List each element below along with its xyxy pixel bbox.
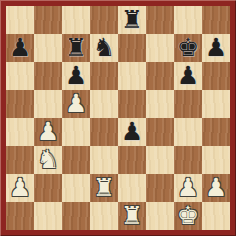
square-c2[interactable] bbox=[62, 174, 90, 202]
square-h3[interactable] bbox=[202, 146, 230, 174]
square-a4[interactable] bbox=[6, 118, 34, 146]
black-pawn[interactable]: ♟ bbox=[177, 62, 199, 90]
square-e2[interactable] bbox=[118, 174, 146, 202]
square-f1[interactable] bbox=[146, 202, 174, 230]
square-c3[interactable] bbox=[62, 146, 90, 174]
square-e4[interactable]: ♟ bbox=[118, 118, 146, 146]
square-a8[interactable] bbox=[6, 6, 34, 34]
square-e1[interactable]: ♜ bbox=[118, 202, 146, 230]
white-knight[interactable]: ♞ bbox=[37, 146, 59, 174]
square-b2[interactable] bbox=[34, 174, 62, 202]
square-b5[interactable] bbox=[34, 90, 62, 118]
square-g2[interactable]: ♟ bbox=[174, 174, 202, 202]
square-a1[interactable] bbox=[6, 202, 34, 230]
square-h1[interactable] bbox=[202, 202, 230, 230]
black-rook[interactable]: ♜ bbox=[121, 6, 143, 34]
square-a2[interactable]: ♟ bbox=[6, 174, 34, 202]
square-b4[interactable]: ♟ bbox=[34, 118, 62, 146]
square-d8[interactable] bbox=[90, 6, 118, 34]
square-h8[interactable] bbox=[202, 6, 230, 34]
square-c8[interactable] bbox=[62, 6, 90, 34]
square-e5[interactable] bbox=[118, 90, 146, 118]
square-b8[interactable] bbox=[34, 6, 62, 34]
black-knight[interactable]: ♞ bbox=[93, 34, 115, 62]
white-king[interactable]: ♚ bbox=[177, 202, 199, 230]
white-rook[interactable]: ♜ bbox=[121, 202, 143, 230]
square-h7[interactable]: ♟ bbox=[202, 34, 230, 62]
square-c1[interactable] bbox=[62, 202, 90, 230]
chess-board: ♜♟♜♞♚♟♟♟♟♟♟♞♟♜♟♟♜♚ bbox=[6, 6, 230, 230]
white-pawn[interactable]: ♟ bbox=[177, 174, 199, 202]
square-e3[interactable] bbox=[118, 146, 146, 174]
white-pawn[interactable]: ♟ bbox=[9, 174, 31, 202]
black-pawn[interactable]: ♟ bbox=[65, 62, 87, 90]
square-g6[interactable]: ♟ bbox=[174, 62, 202, 90]
square-d3[interactable] bbox=[90, 146, 118, 174]
square-h6[interactable] bbox=[202, 62, 230, 90]
black-pawn[interactable]: ♟ bbox=[121, 118, 143, 146]
square-b6[interactable] bbox=[34, 62, 62, 90]
square-c4[interactable] bbox=[62, 118, 90, 146]
black-rook[interactable]: ♜ bbox=[65, 34, 87, 62]
square-d4[interactable] bbox=[90, 118, 118, 146]
square-g1[interactable]: ♚ bbox=[174, 202, 202, 230]
square-e7[interactable] bbox=[118, 34, 146, 62]
square-a5[interactable] bbox=[6, 90, 34, 118]
square-d6[interactable] bbox=[90, 62, 118, 90]
square-f8[interactable] bbox=[146, 6, 174, 34]
square-h2[interactable]: ♟ bbox=[202, 174, 230, 202]
square-d5[interactable] bbox=[90, 90, 118, 118]
chess-board-frame: ♜♟♜♞♚♟♟♟♟♟♟♞♟♜♟♟♜♚ bbox=[0, 0, 236, 236]
square-d1[interactable] bbox=[90, 202, 118, 230]
square-f3[interactable] bbox=[146, 146, 174, 174]
square-a3[interactable] bbox=[6, 146, 34, 174]
square-g7[interactable]: ♚ bbox=[174, 34, 202, 62]
white-pawn[interactable]: ♟ bbox=[37, 118, 59, 146]
square-c7[interactable]: ♜ bbox=[62, 34, 90, 62]
square-g5[interactable] bbox=[174, 90, 202, 118]
square-b3[interactable]: ♞ bbox=[34, 146, 62, 174]
square-c6[interactable]: ♟ bbox=[62, 62, 90, 90]
white-rook[interactable]: ♜ bbox=[93, 174, 115, 202]
black-pawn[interactable]: ♟ bbox=[205, 34, 227, 62]
square-b7[interactable] bbox=[34, 34, 62, 62]
square-g4[interactable] bbox=[174, 118, 202, 146]
white-pawn[interactable]: ♟ bbox=[65, 90, 87, 118]
square-g8[interactable] bbox=[174, 6, 202, 34]
square-h5[interactable] bbox=[202, 90, 230, 118]
square-d7[interactable]: ♞ bbox=[90, 34, 118, 62]
square-f5[interactable] bbox=[146, 90, 174, 118]
white-pawn[interactable]: ♟ bbox=[205, 174, 227, 202]
square-h4[interactable] bbox=[202, 118, 230, 146]
black-pawn[interactable]: ♟ bbox=[9, 34, 31, 62]
square-a7[interactable]: ♟ bbox=[6, 34, 34, 62]
square-d2[interactable]: ♜ bbox=[90, 174, 118, 202]
square-f6[interactable] bbox=[146, 62, 174, 90]
square-b1[interactable] bbox=[34, 202, 62, 230]
black-king[interactable]: ♚ bbox=[177, 34, 199, 62]
square-f7[interactable] bbox=[146, 34, 174, 62]
square-f2[interactable] bbox=[146, 174, 174, 202]
square-f4[interactable] bbox=[146, 118, 174, 146]
square-g3[interactable] bbox=[174, 146, 202, 174]
square-e6[interactable] bbox=[118, 62, 146, 90]
square-a6[interactable] bbox=[6, 62, 34, 90]
square-c5[interactable]: ♟ bbox=[62, 90, 90, 118]
square-e8[interactable]: ♜ bbox=[118, 6, 146, 34]
